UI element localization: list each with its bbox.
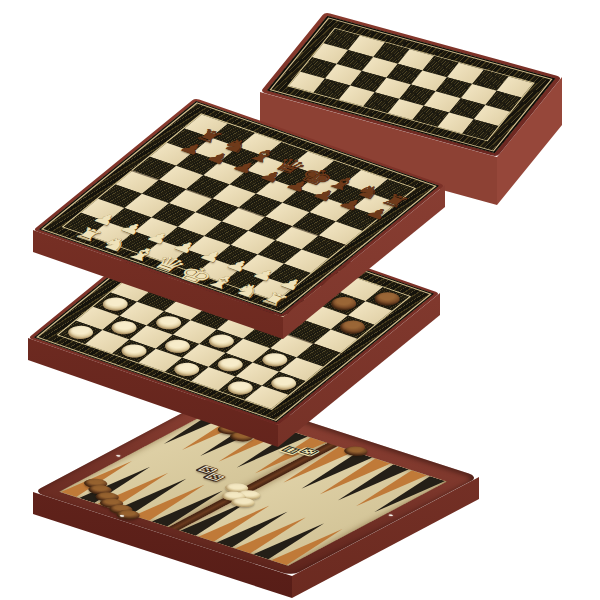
magnet-dot	[388, 514, 394, 516]
closed-box-lid-frame	[267, 16, 556, 153]
closed-box-checker-grid	[287, 28, 535, 141]
backgammon-checker-dark	[340, 445, 372, 458]
closed-box-lid	[260, 12, 562, 157]
product-photo-scene: ⚄⚄⚅⚄ ♜♞♝♛♚♝♞♜♟♟♟♟♟♟♟♟♟♟♟♟♟♟♟♟♜♞♝♛♚♝♞♜	[0, 0, 600, 600]
magnet-dot	[116, 455, 122, 457]
backgammon-loose-pieces: ⚄⚄⚅⚄	[33, 393, 479, 576]
backgammon-tray: ⚄⚄⚅⚄	[33, 393, 479, 576]
